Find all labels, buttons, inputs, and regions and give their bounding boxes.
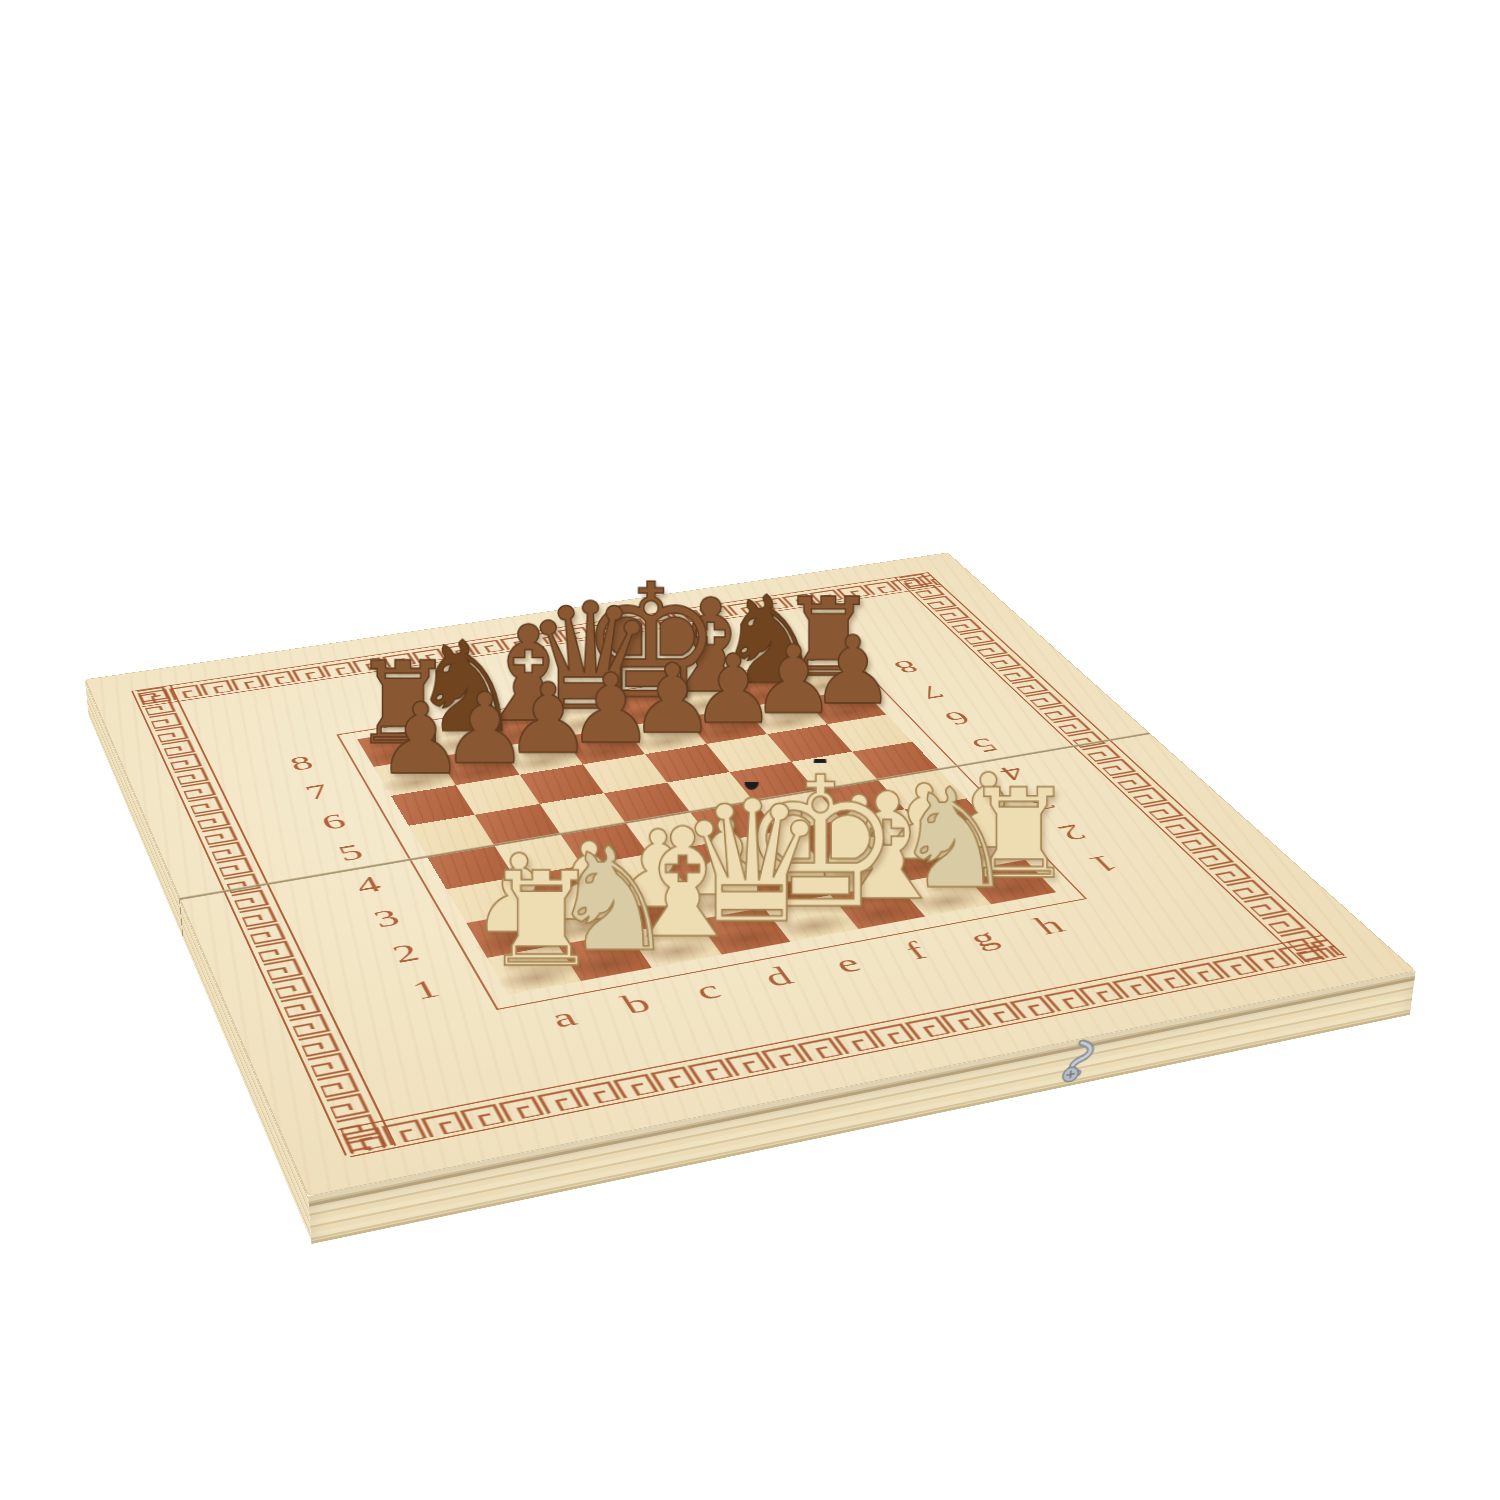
finial-spike-icon (814, 726, 827, 763)
clasp-latch-icon[interactable] (1055, 1035, 1105, 1085)
board-top-face: 87654321 87654321 abcdefgh ♜♞♝♛♚♝♞♜♟♟♟♟♟… (85, 553, 1416, 1197)
square-c6[interactable] (520, 764, 604, 803)
chess-box: 87654321 87654321 abcdefgh ♜♞♝♛♚♝♞♜♟♟♟♟♟… (85, 553, 1416, 1197)
finial-ball-icon (744, 776, 758, 790)
piece-black-pawn[interactable]: ♟ (377, 692, 465, 785)
piece-white-rook[interactable]: ♜ (483, 858, 600, 982)
square-a7[interactable]: ♟ (374, 757, 456, 796)
